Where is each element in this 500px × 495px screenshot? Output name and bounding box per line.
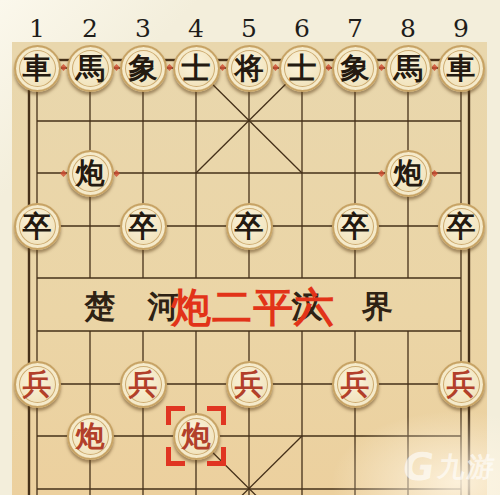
piece-black-chariot[interactable]: 車 bbox=[14, 45, 61, 92]
highlight-corner-icon bbox=[166, 447, 185, 466]
river-char: 界 bbox=[359, 286, 395, 328]
watermark: G 九游 bbox=[400, 445, 499, 489]
piece-red-soldier[interactable]: 兵 bbox=[332, 361, 379, 408]
piece-red-cannon[interactable]: 炮 bbox=[67, 413, 114, 460]
piece-black-soldier[interactable]: 卒 bbox=[332, 203, 379, 250]
piece-black-cannon[interactable]: 炮 bbox=[385, 150, 432, 197]
column-label-2: 2 bbox=[77, 14, 103, 43]
column-label-9: 9 bbox=[448, 14, 474, 43]
highlight-corner-icon bbox=[207, 406, 226, 425]
piece-black-general[interactable]: 将 bbox=[226, 45, 273, 92]
piece-red-soldier[interactable]: 兵 bbox=[120, 361, 167, 408]
piece-red-soldier[interactable]: 兵 bbox=[226, 361, 273, 408]
piece-black-chariot[interactable]: 車 bbox=[438, 45, 485, 92]
highlight-corner-icon bbox=[207, 447, 226, 466]
piece-black-elephant[interactable]: 象 bbox=[120, 45, 167, 92]
piece-black-advisor[interactable]: 士 bbox=[173, 45, 220, 92]
watermark-label: 九游 bbox=[435, 449, 498, 485]
piece-black-advisor[interactable]: 士 bbox=[279, 45, 326, 92]
column-label-1: 1 bbox=[24, 14, 50, 43]
column-label-7: 7 bbox=[342, 14, 368, 43]
move-annotation: 炮二平六 bbox=[171, 280, 335, 335]
piece-red-soldier[interactable]: 兵 bbox=[438, 361, 485, 408]
piece-black-soldier[interactable]: 卒 bbox=[438, 203, 485, 250]
column-label-8: 8 bbox=[395, 14, 421, 43]
highlight-corner-icon bbox=[166, 406, 185, 425]
piece-black-horse[interactable]: 馬 bbox=[385, 45, 432, 92]
piece-black-soldier[interactable]: 卒 bbox=[226, 203, 273, 250]
column-label-3: 3 bbox=[130, 14, 156, 43]
piece-red-soldier[interactable]: 兵 bbox=[14, 361, 61, 408]
column-label-5: 5 bbox=[236, 14, 262, 43]
piece-black-horse[interactable]: 馬 bbox=[67, 45, 114, 92]
piece-black-soldier[interactable]: 卒 bbox=[120, 203, 167, 250]
jiuyou-logo-icon: G bbox=[400, 445, 437, 489]
selected-piece-highlight bbox=[166, 406, 226, 466]
column-label-4: 4 bbox=[183, 14, 209, 43]
river-char: 楚 bbox=[82, 286, 118, 328]
piece-black-soldier[interactable]: 卒 bbox=[14, 203, 61, 250]
xiangqi-game-screen: 123456789 楚河汉界 車馬象士将士象馬車炮炮卒卒卒卒卒兵兵兵兵兵炮炮 炮… bbox=[0, 0, 500, 495]
piece-black-cannon[interactable]: 炮 bbox=[67, 150, 114, 197]
column-label-6: 6 bbox=[289, 14, 315, 43]
piece-black-elephant[interactable]: 象 bbox=[332, 45, 379, 92]
